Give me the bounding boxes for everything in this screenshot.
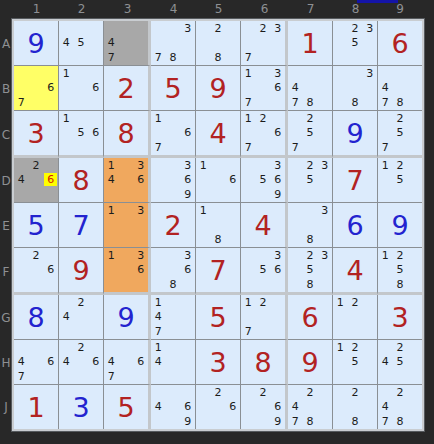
cell-E1[interactable]: 5: [14, 203, 59, 248]
candidate-8: 8: [348, 414, 363, 429]
cell-A1[interactable]: 9: [14, 21, 59, 66]
cell-F5[interactable]: 7: [196, 248, 241, 295]
solved-digit: 2: [104, 66, 148, 110]
candidate-grid: 45: [59, 21, 103, 65]
cell-C4[interactable]: 167: [151, 111, 196, 158]
cell-H5[interactable]: 3: [196, 340, 241, 385]
cell-A2[interactable]: 45: [59, 21, 104, 66]
cell-A4[interactable]: 378: [151, 21, 196, 66]
column-label-7: 7: [288, 2, 333, 16]
candidate-grid: 378: [151, 21, 195, 65]
candidate-3: 3: [317, 158, 332, 173]
candidate-2: 2: [256, 21, 271, 36]
candidate-grid: 13: [104, 203, 148, 247]
candidate-grid: 167: [151, 111, 195, 155]
candidate-4: 4: [378, 81, 393, 96]
candidate-7: 7: [241, 140, 256, 155]
cell-G6[interactable]: 127: [241, 295, 288, 340]
candidate-5: 5: [303, 263, 318, 278]
cell-G3[interactable]: 9: [104, 295, 151, 340]
candidate-grid: 269: [241, 385, 285, 429]
given-digit: 9: [14, 21, 58, 65]
candidate-8: 8: [393, 414, 408, 429]
candidate-grid: 18: [196, 203, 240, 247]
row-label-C: C: [0, 111, 12, 158]
candidate-3: 3: [133, 158, 148, 173]
row-label-J: J: [0, 385, 12, 429]
candidate-2: 2: [74, 295, 89, 310]
candidate-5: 5: [393, 173, 408, 188]
candidate-grid: 467: [104, 340, 148, 384]
cell-C5[interactable]: 4: [196, 111, 241, 158]
candidate-6: 6: [133, 263, 148, 278]
column-labels: 123456789: [14, 0, 422, 18]
cell-A3[interactable]: 47: [104, 21, 151, 66]
candidate-1: 1: [333, 295, 348, 310]
cell-J6[interactable]: 269: [241, 385, 288, 429]
candidate-grid: 136: [104, 248, 148, 292]
candidate-6: 6: [270, 263, 285, 278]
solved-digit: 9: [59, 248, 103, 292]
candidate-6: 6: [270, 126, 285, 141]
cell-H1[interactable]: 467: [14, 340, 59, 385]
candidate-grid: 369: [151, 158, 195, 202]
cell-C2[interactable]: 156: [59, 111, 104, 158]
solved-digit: 8: [104, 111, 148, 155]
candidate-4: 4: [288, 81, 303, 96]
candidate-7: 7: [14, 95, 29, 110]
cell-E2[interactable]: 7: [59, 203, 104, 248]
cell-B1[interactable]: 67: [14, 66, 59, 111]
candidate-4: 4: [14, 355, 29, 370]
cell-E5[interactable]: 18: [196, 203, 241, 248]
cell-B5[interactable]: 9: [196, 66, 241, 111]
cell-D7[interactable]: 235: [288, 158, 333, 203]
board-row-B: 6716259136747838478: [14, 66, 422, 111]
candidate-8: 8: [303, 232, 318, 247]
candidate-6: 6: [180, 173, 195, 188]
cell-D4[interactable]: 369: [151, 158, 196, 203]
candidate-2: 2: [303, 385, 318, 400]
candidate-2: 2: [348, 340, 363, 355]
cell-H2[interactable]: 246: [59, 340, 104, 385]
candidate-5: 5: [256, 263, 271, 278]
row-label-G: G: [0, 295, 12, 340]
given-digit: 6: [333, 203, 377, 247]
cell-C7[interactable]: 257: [288, 111, 333, 158]
candidate-5: 5: [303, 126, 318, 141]
cell-B7[interactable]: 478: [288, 66, 333, 111]
candidate-2: 2: [303, 158, 318, 173]
candidate-8: 8: [211, 232, 226, 247]
candidate-8: 8: [166, 50, 181, 65]
candidate-3: 3: [362, 21, 377, 36]
candidate-3: 3: [180, 21, 195, 36]
candidate-7: 7: [378, 414, 393, 429]
cell-E3[interactable]: 13: [104, 203, 151, 248]
candidate-2: 2: [393, 340, 408, 355]
cell-G2[interactable]: 24: [59, 295, 104, 340]
candidate-1: 1: [59, 66, 74, 81]
candidate-3: 3: [362, 66, 377, 81]
candidate-5: 5: [303, 173, 318, 188]
candidate-8: 8: [303, 95, 318, 110]
candidate-grid: 14: [151, 340, 195, 384]
cell-J8[interactable]: 28: [333, 385, 378, 429]
candidate-1: 1: [241, 66, 256, 81]
board-row-D: 246813463691635692357125: [14, 158, 422, 203]
candidate-4: 4: [14, 173, 29, 188]
candidate-6: 6: [133, 355, 148, 370]
cell-J3[interactable]: 5: [104, 385, 151, 429]
cell-H4[interactable]: 14: [151, 340, 196, 385]
candidate-7: 7: [241, 324, 256, 339]
cell-E6[interactable]: 4: [241, 203, 288, 248]
candidate-9: 9: [180, 414, 195, 429]
candidate-1: 1: [151, 111, 166, 126]
candidate-7: 7: [104, 369, 119, 384]
candidate-4: 4: [104, 36, 119, 51]
cell-D2[interactable]: 8: [59, 158, 104, 203]
cell-H6[interactable]: 8: [241, 340, 288, 385]
candidate-grid: 1346: [104, 158, 148, 202]
board-row-J: 135469262692478282478: [14, 385, 422, 429]
candidate-3: 3: [180, 158, 195, 173]
cell-F3[interactable]: 136: [104, 248, 151, 295]
candidate-grid: 246: [14, 158, 58, 202]
solved-digit: 5: [104, 385, 148, 429]
candidate-3: 3: [133, 248, 148, 263]
board-row-A: 945473782823712356: [14, 21, 422, 66]
column-label-4: 4: [151, 2, 196, 16]
candidate-4: 4: [151, 310, 166, 325]
candidate-3: 3: [270, 158, 285, 173]
solved-digit: 3: [14, 111, 58, 155]
candidate-2: 2: [348, 21, 363, 36]
candidate-9: 9: [180, 187, 195, 202]
cell-G5[interactable]: 5: [196, 295, 241, 340]
cell-F9[interactable]: 1258: [378, 248, 422, 295]
candidate-7: 7: [378, 140, 393, 155]
cell-D5[interactable]: 16: [196, 158, 241, 203]
cell-C6[interactable]: 1267: [241, 111, 288, 158]
candidate-1: 1: [196, 158, 211, 173]
candidate-4: 4: [288, 400, 303, 415]
candidate-6: 6: [88, 355, 103, 370]
cell-C9[interactable]: 257: [378, 111, 422, 158]
cell-D6[interactable]: 3569: [241, 158, 288, 203]
row-label-E: E: [0, 203, 12, 248]
candidate-5: 5: [393, 263, 408, 278]
sudoku-board: 9454737828237123566716259136747838478315…: [12, 19, 424, 431]
candidate-4: 4: [104, 173, 119, 188]
cell-C3[interactable]: 8: [104, 111, 151, 158]
candidate-grid: 235: [333, 21, 377, 65]
candidate-5: 5: [348, 355, 363, 370]
row-label-F: F: [0, 248, 12, 295]
candidate-grid: 26: [14, 248, 58, 292]
candidate-grid: 16: [196, 158, 240, 202]
candidate-grid: 156: [59, 111, 103, 155]
cell-G8[interactable]: 12: [333, 295, 378, 340]
board-row-F: 2691363687356235841258: [14, 248, 422, 295]
candidate-grid: 257: [288, 111, 332, 155]
column-label-3: 3: [104, 2, 151, 16]
given-digit: 7: [59, 203, 103, 247]
candidate-grid: 467: [14, 340, 58, 384]
cell-H7[interactable]: 9: [288, 340, 333, 385]
candidate-2: 2: [256, 111, 271, 126]
candidate-2: 2: [393, 248, 408, 263]
candidate-grid: 368: [151, 248, 195, 292]
candidate-6: 6: [225, 400, 240, 415]
candidate-grid: 28: [196, 21, 240, 65]
given-digit: 5: [14, 203, 58, 247]
candidate-7: 7: [288, 140, 303, 155]
row-label-D: D: [0, 158, 12, 203]
cell-E7[interactable]: 38: [288, 203, 333, 248]
candidate-1: 1: [151, 295, 166, 310]
candidate-grid: 257: [378, 111, 422, 155]
row-labels: ABCDEFGHJ: [0, 21, 12, 429]
candidate-grid: 2358: [288, 248, 332, 292]
candidate-2: 2: [211, 21, 226, 36]
candidate-grid: 245: [378, 340, 422, 384]
row-label-B: B: [0, 66, 12, 111]
candidate-1: 1: [333, 340, 348, 355]
solved-digit: 8: [241, 340, 285, 384]
candidate-3: 3: [270, 21, 285, 36]
row-label-A: A: [0, 21, 12, 66]
candidate-2: 2: [393, 111, 408, 126]
cell-J7[interactable]: 2478: [288, 385, 333, 429]
column-label-9: 9: [378, 2, 422, 16]
column-label-6: 6: [241, 2, 288, 16]
candidate-4: 4: [378, 400, 393, 415]
candidate-2: 2: [29, 248, 44, 263]
candidate-2: 2: [393, 385, 408, 400]
candidate-1: 1: [59, 111, 74, 126]
solved-digit: 4: [196, 111, 240, 155]
cell-A9[interactable]: 6: [378, 21, 422, 66]
board-row-H: 46724646714389125245: [14, 340, 422, 385]
candidate-grid: 16: [59, 66, 103, 110]
solved-digit: 8: [59, 158, 103, 202]
column-label-8: 8: [333, 2, 378, 16]
column-label-1: 1: [14, 2, 59, 16]
cell-D9[interactable]: 125: [378, 158, 422, 203]
candidate-3: 3: [270, 66, 285, 81]
candidate-1: 1: [378, 158, 393, 173]
candidate-grid: 237: [241, 21, 285, 65]
candidate-grid: 38: [288, 203, 332, 247]
candidate-1: 1: [378, 248, 393, 263]
cell-F8[interactable]: 4: [333, 248, 378, 295]
solved-digit: 3: [378, 295, 422, 339]
cell-G7[interactable]: 6: [288, 295, 333, 340]
cell-G4[interactable]: 147: [151, 295, 196, 340]
solved-digit: 1: [288, 21, 332, 65]
candidate-7: 7: [241, 95, 256, 110]
candidate-4: 4: [59, 355, 74, 370]
candidate-2: 2: [29, 158, 44, 173]
cell-H9[interactable]: 245: [378, 340, 422, 385]
candidate-grid: 26: [196, 385, 240, 429]
cell-B9[interactable]: 478: [378, 66, 422, 111]
candidate-8: 8: [393, 277, 408, 292]
candidate-2: 2: [393, 158, 408, 173]
cell-A8[interactable]: 235: [333, 21, 378, 66]
given-digit: 9: [333, 111, 377, 155]
given-digit: 9: [378, 203, 422, 247]
cell-F1[interactable]: 26: [14, 248, 59, 295]
cell-B2[interactable]: 16: [59, 66, 104, 111]
cell-A6[interactable]: 237: [241, 21, 288, 66]
cell-A7[interactable]: 1: [288, 21, 333, 66]
candidate-3: 3: [317, 248, 332, 263]
candidate-grid: 47: [104, 21, 148, 65]
cell-H8[interactable]: 125: [333, 340, 378, 385]
candidate-6: 6: [43, 263, 58, 278]
candidate-grid: 469: [151, 385, 195, 429]
cell-J5[interactable]: 26: [196, 385, 241, 429]
candidate-grid: 127: [241, 295, 285, 339]
cell-G1[interactable]: 8: [14, 295, 59, 340]
candidate-7: 7: [241, 50, 256, 65]
solved-digit: 4: [241, 203, 285, 247]
candidate-grid: 356: [241, 248, 285, 292]
candidate-5: 5: [74, 126, 89, 141]
candidate-grid: 125: [378, 158, 422, 202]
candidate-6: 6: [270, 81, 285, 96]
candidate-grid: 235: [288, 158, 332, 202]
candidate-2: 2: [74, 340, 89, 355]
candidate-2: 2: [303, 248, 318, 263]
candidate-grid: 12: [333, 295, 377, 339]
candidate-6: 6: [43, 173, 58, 188]
candidate-6: 6: [88, 126, 103, 141]
cell-B6[interactable]: 1367: [241, 66, 288, 111]
candidate-1: 1: [196, 203, 211, 218]
cell-F4[interactable]: 368: [151, 248, 196, 295]
candidate-6: 6: [270, 173, 285, 188]
solved-digit: 7: [333, 158, 377, 202]
cell-F2[interactable]: 9: [59, 248, 104, 295]
solved-digit: 9: [288, 340, 332, 384]
candidate-3: 3: [180, 248, 195, 263]
given-digit: 9: [104, 295, 148, 339]
candidate-grid: 3569: [241, 158, 285, 202]
candidate-6: 6: [88, 81, 103, 96]
solved-digit: 1: [14, 385, 58, 429]
candidate-grid: 67: [14, 66, 58, 110]
candidate-7: 7: [288, 95, 303, 110]
candidate-1: 1: [104, 158, 119, 173]
solved-digit: 5: [151, 66, 195, 110]
candidate-6: 6: [180, 126, 195, 141]
sudoku-app: { "game": "sudoku", "position": "9.....1…: [0, 0, 434, 444]
cell-J9[interactable]: 2478: [378, 385, 422, 429]
candidate-5: 5: [74, 36, 89, 51]
candidate-6: 6: [133, 173, 148, 188]
candidate-8: 8: [348, 95, 363, 110]
board-row-G: 824914751276123: [14, 295, 422, 340]
solved-digit: 9: [196, 66, 240, 110]
candidate-2: 2: [348, 295, 363, 310]
candidate-grid: 28: [333, 385, 377, 429]
candidate-4: 4: [59, 310, 74, 325]
highlighted-candidate-6: 6: [44, 173, 57, 186]
board-row-C: 31568167412672579257: [14, 111, 422, 158]
candidate-4: 4: [151, 400, 166, 415]
cell-D3[interactable]: 1346: [104, 158, 151, 203]
candidate-3: 3: [133, 203, 148, 218]
row-label-H: H: [0, 340, 12, 385]
cell-D8[interactable]: 7: [333, 158, 378, 203]
candidate-grid: 1258: [378, 248, 422, 292]
candidate-1: 1: [104, 203, 119, 218]
solved-digit: 6: [288, 295, 332, 339]
candidate-2: 2: [303, 111, 318, 126]
candidate-2: 2: [256, 385, 271, 400]
candidate-9: 9: [270, 187, 285, 202]
cell-G9[interactable]: 3: [378, 295, 422, 340]
candidate-1: 1: [241, 111, 256, 126]
cell-F7[interactable]: 2358: [288, 248, 333, 295]
candidate-1: 1: [151, 340, 166, 355]
candidate-6: 6: [225, 173, 240, 188]
candidate-5: 5: [348, 36, 363, 51]
board-row-E: 571321843869: [14, 203, 422, 248]
candidate-7: 7: [378, 95, 393, 110]
candidate-4: 4: [104, 355, 119, 370]
cell-C8[interactable]: 9: [333, 111, 378, 158]
candidate-6: 6: [180, 263, 195, 278]
candidate-grid: 246: [59, 340, 103, 384]
candidate-grid: 38: [333, 66, 377, 110]
cell-B8[interactable]: 38: [333, 66, 378, 111]
candidate-grid: 24: [59, 295, 103, 339]
cell-J1[interactable]: 1: [14, 385, 59, 429]
candidate-2: 2: [256, 295, 271, 310]
cell-F6[interactable]: 356: [241, 248, 288, 295]
cell-J2[interactable]: 3: [59, 385, 104, 429]
candidate-5: 5: [256, 173, 271, 188]
cell-A5[interactable]: 28: [196, 21, 241, 66]
candidate-8: 8: [303, 414, 318, 429]
cell-C1[interactable]: 3: [14, 111, 59, 158]
solved-digit: 2: [151, 203, 195, 247]
candidate-4: 4: [151, 355, 166, 370]
cell-E9[interactable]: 9: [378, 203, 422, 248]
candidate-7: 7: [288, 414, 303, 429]
column-label-2: 2: [59, 2, 104, 16]
candidate-5: 5: [393, 355, 408, 370]
candidate-2: 2: [211, 385, 226, 400]
cell-B3[interactable]: 2: [104, 66, 151, 111]
cell-B4[interactable]: 5: [151, 66, 196, 111]
candidate-1: 1: [104, 248, 119, 263]
cell-E4[interactable]: 2: [151, 203, 196, 248]
cell-J4[interactable]: 469: [151, 385, 196, 429]
candidate-grid: 478: [288, 66, 332, 110]
candidate-grid: 2478: [378, 385, 422, 429]
candidate-6: 6: [180, 400, 195, 415]
cell-D1[interactable]: 246: [14, 158, 59, 203]
cell-E8[interactable]: 6: [333, 203, 378, 248]
cell-H3[interactable]: 467: [104, 340, 151, 385]
candidate-9: 9: [270, 414, 285, 429]
